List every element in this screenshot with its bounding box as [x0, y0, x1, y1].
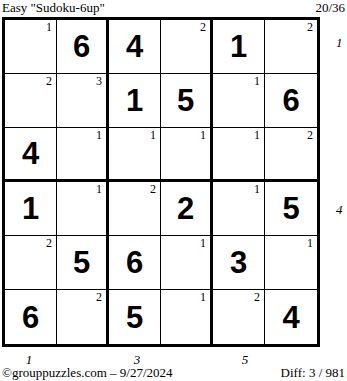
corner-mark: 1 [96, 128, 102, 142]
cell-r4c6[interactable]: 5 [265, 182, 317, 236]
corner-mark: 2 [46, 236, 52, 250]
cell-r6c4[interactable]: 1 [161, 290, 213, 344]
corner-mark: 2 [46, 74, 52, 88]
cell-r5c6[interactable]: 1 [265, 236, 317, 290]
cell-r1c2[interactable]: 6 [57, 20, 109, 74]
row-label-1: 1 [336, 36, 343, 50]
corner-mark: 1 [200, 290, 206, 304]
cell-r5c3[interactable]: 6 [109, 236, 161, 290]
cell-r3c2[interactable]: 1 [57, 128, 109, 182]
given-digit: 5 [282, 193, 299, 224]
given-digit: 4 [282, 302, 299, 333]
given-digit: 2 [177, 193, 194, 224]
sudoku-grid: 164212231516411112112215256131625124 [2, 17, 320, 347]
cell-r4c3[interactable]: 2 [109, 182, 161, 236]
corner-mark: 2 [307, 20, 313, 34]
corner-mark: 2 [200, 20, 206, 34]
corner-mark: 2 [150, 182, 156, 196]
difficulty-text: Diff: 3 / 981 [281, 365, 345, 380]
cell-r4c1[interactable]: 1 [5, 182, 57, 236]
given-digit: 6 [126, 247, 143, 278]
cell-r2c5[interactable]: 1 [213, 74, 265, 128]
cell-r2c4[interactable]: 5 [161, 74, 213, 128]
cell-r5c4[interactable]: 1 [161, 236, 213, 290]
cell-r3c4[interactable]: 1 [161, 128, 213, 182]
col-label-5: 5 [242, 353, 249, 367]
cell-r4c4[interactable]: 2 [161, 182, 213, 236]
cell-r2c2[interactable]: 3 [57, 74, 109, 128]
corner-mark: 1 [307, 236, 313, 250]
given-digit: 5 [177, 85, 194, 116]
corner-mark: 1 [254, 128, 260, 142]
cell-r3c5[interactable]: 1 [213, 128, 265, 182]
row-label-4: 4 [336, 203, 343, 217]
given-digit: 1 [22, 193, 39, 224]
cell-r1c1[interactable]: 1 [5, 20, 57, 74]
cell-r5c1[interactable]: 2 [5, 236, 57, 290]
cell-r1c6[interactable]: 2 [265, 20, 317, 74]
given-digit: 6 [282, 85, 299, 116]
cell-r6c3[interactable]: 5 [109, 290, 161, 344]
cell-r3c6[interactable]: 2 [265, 128, 317, 182]
corner-mark: 2 [254, 290, 260, 304]
cell-r4c5[interactable]: 1 [213, 182, 265, 236]
cell-r6c2[interactable]: 2 [57, 290, 109, 344]
copyright-text: ©grouppuzzles.com – 9/27/2024 [2, 365, 173, 380]
given-digit: 1 [230, 31, 247, 62]
cell-r5c5[interactable]: 3 [213, 236, 265, 290]
given-digit: 5 [126, 302, 143, 333]
cell-r1c4[interactable]: 2 [161, 20, 213, 74]
corner-mark: 1 [46, 20, 52, 34]
given-digit: 6 [22, 302, 39, 333]
corner-mark: 1 [200, 236, 206, 250]
corner-mark: 2 [307, 128, 313, 142]
cell-r6c6[interactable]: 4 [265, 290, 317, 344]
corner-mark: 1 [254, 74, 260, 88]
corner-mark: 1 [150, 128, 156, 142]
cell-r5c2[interactable]: 5 [57, 236, 109, 290]
cell-r6c5[interactable]: 2 [213, 290, 265, 344]
given-digit: 1 [126, 85, 143, 116]
cell-r2c1[interactable]: 2 [5, 74, 57, 128]
cell-r3c3[interactable]: 1 [109, 128, 161, 182]
cell-r6c1[interactable]: 6 [5, 290, 57, 344]
cell-r2c6[interactable]: 6 [265, 74, 317, 128]
corner-mark: 2 [96, 290, 102, 304]
corner-mark: 1 [254, 182, 260, 196]
given-digit: 4 [126, 31, 143, 62]
corner-mark: 3 [96, 74, 102, 88]
given-digit: 5 [73, 247, 90, 278]
page-title: Easy "Sudoku-6up" [2, 0, 105, 15]
given-digit: 3 [230, 247, 247, 278]
corner-mark: 1 [200, 128, 206, 142]
cell-r1c5[interactable]: 1 [213, 20, 265, 74]
cell-r4c2[interactable]: 1 [57, 182, 109, 236]
cell-r3c1[interactable]: 4 [5, 128, 57, 182]
corner-mark: 1 [96, 182, 102, 196]
cell-r1c3[interactable]: 4 [109, 20, 161, 74]
given-digit: 4 [22, 138, 39, 169]
given-digit: 6 [73, 31, 90, 62]
cell-counter: 20/36 [315, 0, 345, 15]
cell-r2c3[interactable]: 1 [109, 74, 161, 128]
